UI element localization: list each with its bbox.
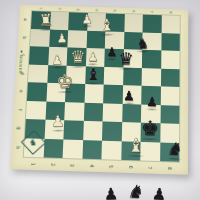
captured-black-pawn-piece[interactable]: ♟ [104,186,119,200]
photo-background: 12345678 12345678 abcdefgh ✦ WINNER ♞ ♜♟… [0,0,200,200]
captured-black-knight-piece[interactable]: ♞ [127,182,144,200]
captured-black-pawn-piece[interactable]: ♟ [151,186,167,200]
captured-pieces-area: ♟♞♟ [0,0,200,200]
